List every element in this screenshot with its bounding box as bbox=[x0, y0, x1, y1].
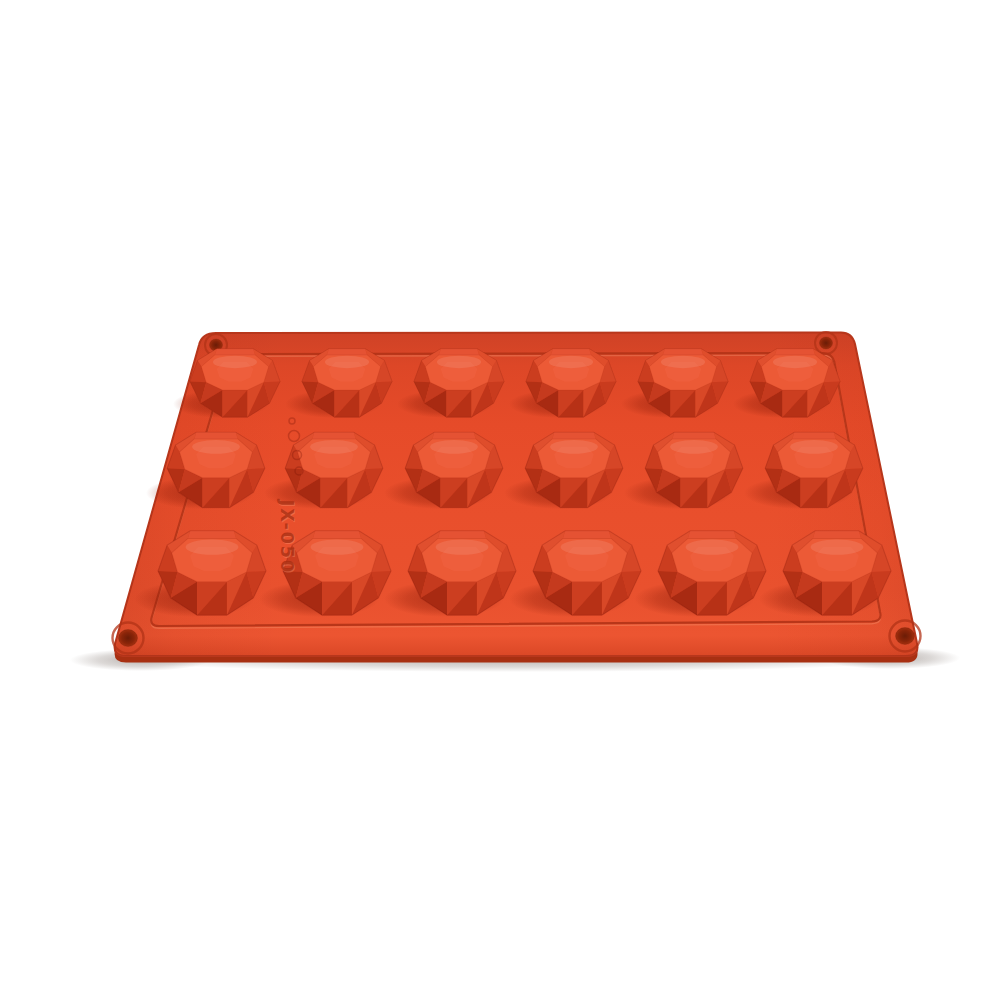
corner-hole-top-right bbox=[820, 337, 833, 349]
photo-stage: JX-050 JX-050 bbox=[0, 0, 1000, 1000]
embossed-model-number: JX-050 bbox=[277, 499, 297, 574]
corner-hole-bottom-left bbox=[119, 630, 138, 647]
mold: JX-050 JX-050 bbox=[113, 332, 921, 663]
corner-hole-bottom-right bbox=[896, 628, 915, 645]
product-photo: JX-050 JX-050 bbox=[0, 0, 1000, 1000]
